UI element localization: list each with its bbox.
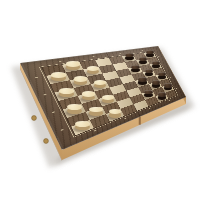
piece-top <box>152 80 160 84</box>
piece-top <box>87 66 99 71</box>
piece-top <box>158 92 166 96</box>
piece-top <box>59 88 74 94</box>
piece-top <box>102 95 114 100</box>
pieces-layer <box>0 0 200 200</box>
piece-top <box>158 72 165 76</box>
piece-top <box>152 61 159 65</box>
piece-top <box>146 50 153 54</box>
piece-top <box>164 83 171 87</box>
product-photo-checkers-set <box>0 0 200 200</box>
piece-top <box>51 72 66 78</box>
piece-top <box>74 76 88 81</box>
piece-top <box>66 61 80 66</box>
piece-top <box>82 91 95 96</box>
piece-top <box>138 77 147 81</box>
